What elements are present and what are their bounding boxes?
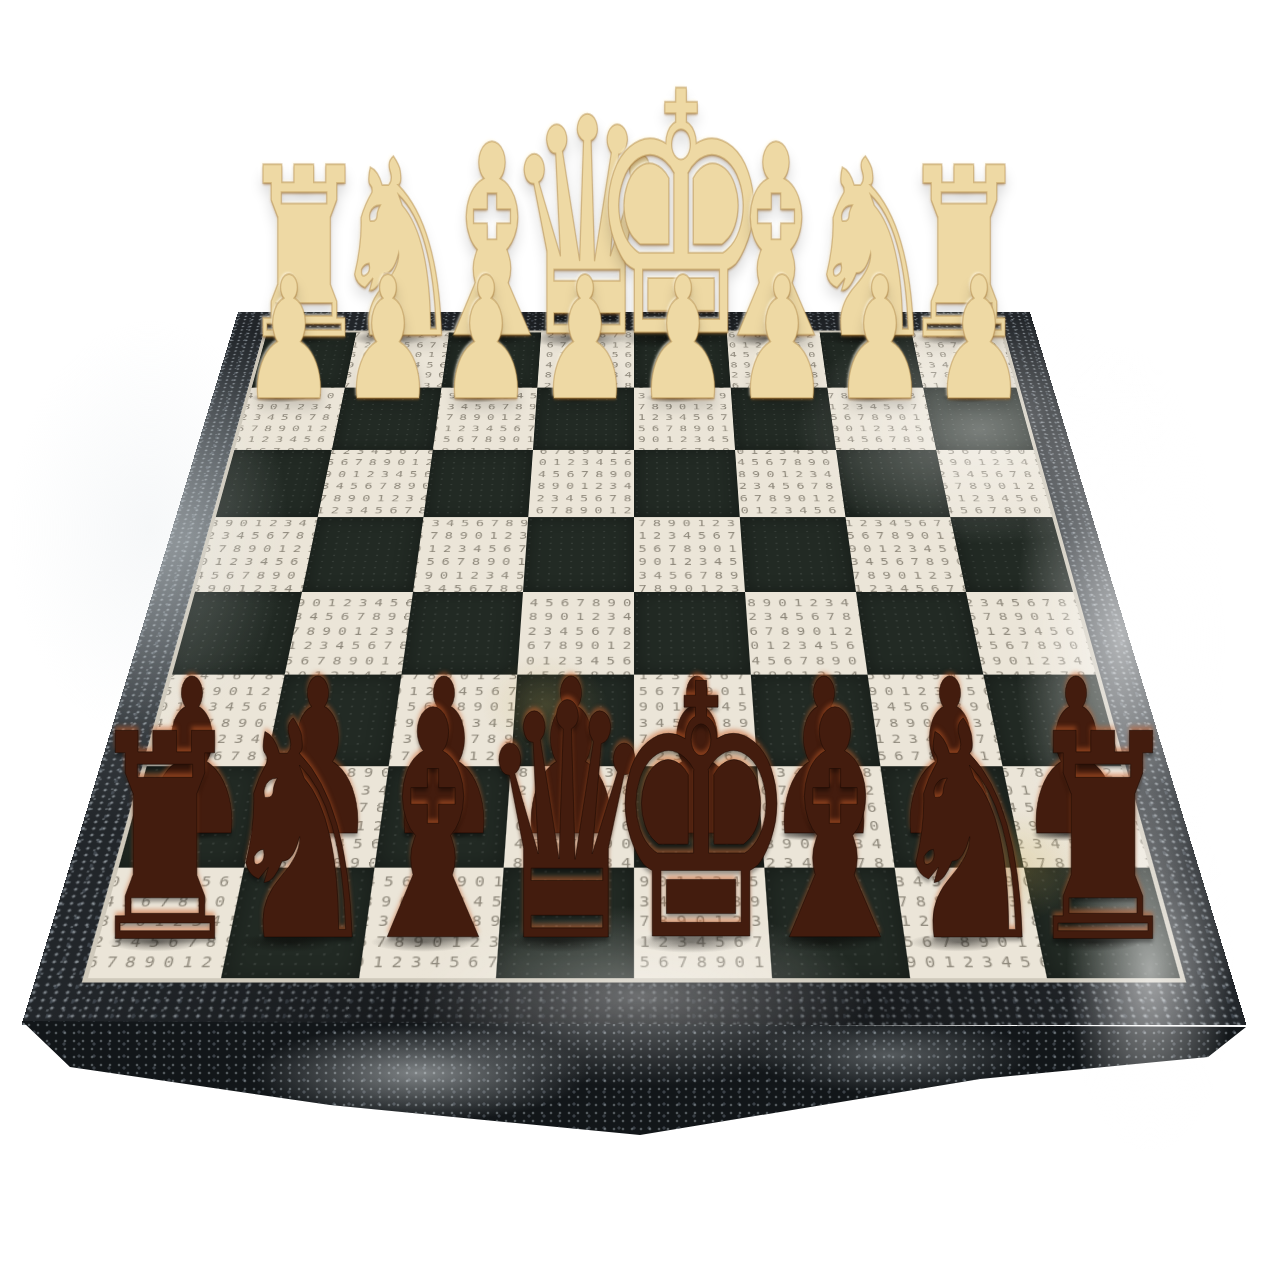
piece-light-pawn[interactable]: ♟ [439,254,533,424]
pieces-layer: ♜♞♝♛♚♝♞♜♟♟♟♟♟♟♟♟♟♟♟♟♟♟♟♟♜♞♝♛♚♝♞♜ [0,0,1280,1280]
piece-light-pawn[interactable]: ♟ [340,254,434,424]
piece-light-pawn[interactable]: ♟ [833,254,927,424]
piece-light-pawn[interactable]: ♟ [537,254,631,424]
piece-light-pawn[interactable]: ♟ [932,254,1026,424]
piece-light-pawn[interactable]: ♟ [636,254,730,424]
piece-light-pawn[interactable]: ♟ [242,254,336,424]
piece-light-pawn[interactable]: ♟ [735,254,829,424]
piece-dark-rook[interactable]: ♜ [1024,698,1182,983]
photo-canvas: 0123456789012345678901234567890123456789… [0,0,1280,1280]
